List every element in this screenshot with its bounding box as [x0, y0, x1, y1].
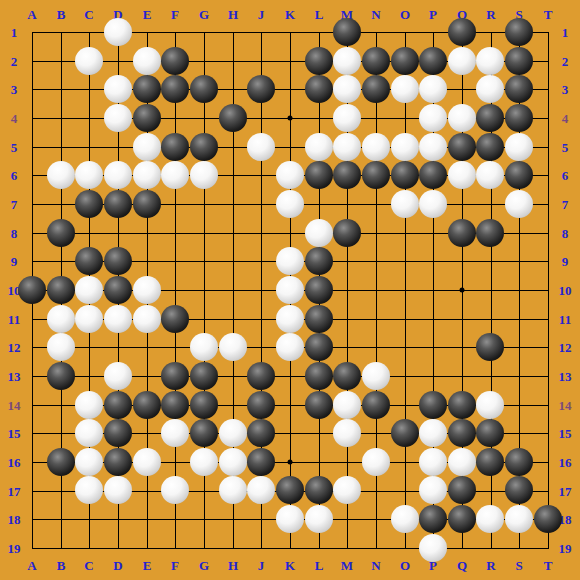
intersection-F11 [161, 304, 190, 333]
stone-white-M14 [333, 391, 361, 419]
intersection-E15[interactable] [132, 419, 161, 448]
stone-white-H12 [219, 333, 247, 361]
intersection-N9[interactable] [362, 247, 391, 276]
intersection-Q4 [448, 104, 477, 133]
intersection-N6 [362, 161, 391, 190]
intersection-P13[interactable] [419, 362, 448, 391]
stone-white-H15 [219, 419, 247, 447]
stone-black-F11 [161, 305, 189, 333]
intersection-K12 [276, 333, 305, 362]
intersection-Q7[interactable] [448, 190, 477, 219]
stone-black-R15 [476, 419, 504, 447]
intersection-J8[interactable] [247, 218, 276, 247]
intersection-G17[interactable] [190, 476, 219, 505]
intersection-B18[interactable] [46, 505, 75, 534]
stone-black-L2 [305, 47, 333, 75]
intersection-F6 [161, 161, 190, 190]
intersection-Q9[interactable] [448, 247, 477, 276]
intersection-R11[interactable] [476, 304, 505, 333]
stone-black-G13 [190, 362, 218, 390]
intersection-K13[interactable] [276, 362, 305, 391]
intersection-R13[interactable] [476, 362, 505, 391]
intersection-P7 [419, 190, 448, 219]
intersection-J12[interactable] [247, 333, 276, 362]
intersection-L13 [304, 362, 333, 391]
stone-black-E14 [133, 391, 161, 419]
intersection-P17 [419, 476, 448, 505]
intersection-N12[interactable] [362, 333, 391, 362]
intersection-P8[interactable] [419, 218, 448, 247]
intersection-H5[interactable] [218, 132, 247, 161]
intersection-P11[interactable] [419, 304, 448, 333]
intersection-D14 [104, 390, 133, 419]
intersection-G8[interactable] [190, 218, 219, 247]
stone-black-L13 [305, 362, 333, 390]
intersection-A19[interactable] [18, 533, 47, 562]
stone-black-D9 [104, 247, 132, 275]
intersection-S12[interactable] [505, 333, 534, 362]
intersection-F14 [161, 390, 190, 419]
intersection-D6 [104, 161, 133, 190]
intersection-S9[interactable] [505, 247, 534, 276]
intersection-G7[interactable] [190, 190, 219, 219]
intersection-N11[interactable] [362, 304, 391, 333]
stone-black-P6 [419, 161, 447, 189]
intersection-O12[interactable] [390, 333, 419, 362]
stone-white-E10 [133, 276, 161, 304]
intersection-J10[interactable] [247, 276, 276, 305]
stone-white-O7 [391, 190, 419, 218]
intersection-A11[interactable] [18, 304, 47, 333]
intersection-J19[interactable] [247, 533, 276, 562]
intersection-E11 [132, 304, 161, 333]
intersection-B5[interactable] [46, 132, 75, 161]
intersection-M16[interactable] [333, 448, 362, 477]
intersection-N7[interactable] [362, 190, 391, 219]
stone-white-G6 [190, 161, 218, 189]
intersection-K3[interactable] [276, 75, 305, 104]
intersection-M10[interactable] [333, 276, 362, 305]
intersection-B9[interactable] [46, 247, 75, 276]
stone-white-O18 [391, 505, 419, 533]
intersection-Q5 [448, 132, 477, 161]
stone-black-L3 [305, 75, 333, 103]
stone-white-E11 [133, 305, 161, 333]
intersection-P15 [419, 419, 448, 448]
intersection-N8[interactable] [362, 218, 391, 247]
intersection-C18[interactable] [75, 505, 104, 534]
intersection-S19[interactable] [505, 533, 534, 562]
stone-white-P19 [419, 534, 447, 562]
intersection-O15 [390, 419, 419, 448]
intersection-T12[interactable] [533, 333, 562, 362]
intersection-M6 [333, 161, 362, 190]
intersection-H18[interactable] [218, 505, 247, 534]
intersection-O3 [390, 75, 419, 104]
intersection-L19[interactable] [304, 533, 333, 562]
intersection-T11[interactable] [533, 304, 562, 333]
intersection-F13 [161, 362, 190, 391]
stone-white-Q4 [448, 104, 476, 132]
intersection-H10[interactable] [218, 276, 247, 305]
intersection-B3[interactable] [46, 75, 75, 104]
intersection-K4[interactable] [276, 104, 305, 133]
intersection-K1[interactable] [276, 18, 305, 47]
intersection-H3[interactable] [218, 75, 247, 104]
stone-white-D3 [104, 75, 132, 103]
intersection-D18[interactable] [104, 505, 133, 534]
intersection-T6[interactable] [533, 161, 562, 190]
intersection-J9[interactable] [247, 247, 276, 276]
intersection-N18[interactable] [362, 505, 391, 534]
intersection-K15[interactable] [276, 419, 305, 448]
intersection-L4[interactable] [304, 104, 333, 133]
intersection-H19[interactable] [218, 533, 247, 562]
intersection-H2[interactable] [218, 46, 247, 75]
stone-black-O2 [391, 47, 419, 75]
intersection-H9[interactable] [218, 247, 247, 276]
stone-black-D16 [104, 448, 132, 476]
intersection-S7 [505, 190, 534, 219]
intersection-H11[interactable] [218, 304, 247, 333]
intersection-H7[interactable] [218, 190, 247, 219]
intersection-S1 [505, 18, 534, 47]
intersection-O11[interactable] [390, 304, 419, 333]
intersection-A18[interactable] [18, 505, 47, 534]
intersection-E1[interactable] [132, 18, 161, 47]
stone-black-G14 [190, 391, 218, 419]
intersection-T13[interactable] [533, 362, 562, 391]
intersection-T9[interactable] [533, 247, 562, 276]
intersection-F9[interactable] [161, 247, 190, 276]
intersection-E6 [132, 161, 161, 190]
intersection-P10[interactable] [419, 276, 448, 305]
intersection-R1[interactable] [476, 18, 505, 47]
intersection-M9[interactable] [333, 247, 362, 276]
intersection-A8[interactable] [18, 218, 47, 247]
intersection-F19[interactable] [161, 533, 190, 562]
intersection-Q19[interactable] [448, 533, 477, 562]
intersection-C19[interactable] [75, 533, 104, 562]
intersection-E4 [132, 104, 161, 133]
intersection-F7[interactable] [161, 190, 190, 219]
intersection-E17[interactable] [132, 476, 161, 505]
intersection-J4[interactable] [247, 104, 276, 133]
stone-white-G12 [190, 333, 218, 361]
intersection-grid [18, 18, 562, 562]
intersection-C1[interactable] [75, 18, 104, 47]
intersection-T3[interactable] [533, 75, 562, 104]
intersection-M18[interactable] [333, 505, 362, 534]
intersection-T4[interactable] [533, 104, 562, 133]
intersection-N1[interactable] [362, 18, 391, 47]
intersection-N2 [362, 46, 391, 75]
intersection-F15 [161, 419, 190, 448]
stone-black-M1 [333, 18, 361, 46]
intersection-H8[interactable] [218, 218, 247, 247]
stone-black-S2 [505, 47, 533, 75]
intersection-F4[interactable] [161, 104, 190, 133]
intersection-A2[interactable] [18, 46, 47, 75]
intersection-Q3[interactable] [448, 75, 477, 104]
intersection-J18[interactable] [247, 505, 276, 534]
stone-white-L8 [305, 219, 333, 247]
intersection-T8[interactable] [533, 218, 562, 247]
intersection-K5[interactable] [276, 132, 305, 161]
intersection-O16[interactable] [390, 448, 419, 477]
intersection-L7[interactable] [304, 190, 333, 219]
intersection-B19[interactable] [46, 533, 75, 562]
stone-black-B10 [47, 276, 75, 304]
intersection-E9[interactable] [132, 247, 161, 276]
intersection-B2[interactable] [46, 46, 75, 75]
stone-black-F13 [161, 362, 189, 390]
intersection-C4[interactable] [75, 104, 104, 133]
intersection-J7[interactable] [247, 190, 276, 219]
intersection-E8[interactable] [132, 218, 161, 247]
intersection-F10[interactable] [161, 276, 190, 305]
intersection-G10[interactable] [190, 276, 219, 305]
intersection-S10[interactable] [505, 276, 534, 305]
intersection-C8[interactable] [75, 218, 104, 247]
intersection-T5[interactable] [533, 132, 562, 161]
stone-black-O6 [391, 161, 419, 189]
stone-white-G16 [190, 448, 218, 476]
intersection-N15[interactable] [362, 419, 391, 448]
intersection-E12[interactable] [132, 333, 161, 362]
intersection-P1[interactable] [419, 18, 448, 47]
intersection-B4[interactable] [46, 104, 75, 133]
intersection-A13[interactable] [18, 362, 47, 391]
intersection-J11[interactable] [247, 304, 276, 333]
intersection-T1[interactable] [533, 18, 562, 47]
intersection-G18[interactable] [190, 505, 219, 534]
intersection-H1[interactable] [218, 18, 247, 47]
row-label-left-2: 2 [11, 55, 18, 68]
intersection-E19[interactable] [132, 533, 161, 562]
intersection-A7[interactable] [18, 190, 47, 219]
intersection-Q10[interactable] [448, 276, 477, 305]
intersection-T14[interactable] [533, 390, 562, 419]
intersection-F18[interactable] [161, 505, 190, 534]
intersection-S4 [505, 104, 534, 133]
intersection-B10 [46, 276, 75, 305]
intersection-T19[interactable] [533, 533, 562, 562]
intersection-Q14 [448, 390, 477, 419]
stone-white-E16 [133, 448, 161, 476]
intersection-G2[interactable] [190, 46, 219, 75]
stone-white-E6 [133, 161, 161, 189]
intersection-M19[interactable] [333, 533, 362, 562]
intersection-H13[interactable] [218, 362, 247, 391]
intersection-H14[interactable] [218, 390, 247, 419]
intersection-B15[interactable] [46, 419, 75, 448]
intersection-A17[interactable] [18, 476, 47, 505]
intersection-D5[interactable] [104, 132, 133, 161]
row-label-left-7: 7 [11, 198, 18, 211]
intersection-A16[interactable] [18, 448, 47, 477]
intersection-M11[interactable] [333, 304, 362, 333]
intersection-E18[interactable] [132, 505, 161, 534]
intersection-R17[interactable] [476, 476, 505, 505]
intersection-D13 [104, 362, 133, 391]
intersection-S14[interactable] [505, 390, 534, 419]
intersection-R19[interactable] [476, 533, 505, 562]
intersection-O9[interactable] [390, 247, 419, 276]
intersection-A1[interactable] [18, 18, 47, 47]
intersection-Q11[interactable] [448, 304, 477, 333]
intersection-C13[interactable] [75, 362, 104, 391]
intersection-C5[interactable] [75, 132, 104, 161]
row-label-left-6: 6 [11, 169, 18, 182]
intersection-L1[interactable] [304, 18, 333, 47]
intersection-J6[interactable] [247, 161, 276, 190]
intersection-Q13[interactable] [448, 362, 477, 391]
intersection-B1[interactable] [46, 18, 75, 47]
intersection-F12[interactable] [161, 333, 190, 362]
intersection-A12[interactable] [18, 333, 47, 362]
intersection-B11 [46, 304, 75, 333]
intersection-F16[interactable] [161, 448, 190, 477]
intersection-K2[interactable] [276, 46, 305, 75]
intersection-G11[interactable] [190, 304, 219, 333]
intersection-T7[interactable] [533, 190, 562, 219]
intersection-G4[interactable] [190, 104, 219, 133]
intersection-A3[interactable] [18, 75, 47, 104]
intersection-R10[interactable] [476, 276, 505, 305]
intersection-O17[interactable] [390, 476, 419, 505]
intersection-S15[interactable] [505, 419, 534, 448]
stone-black-J15 [247, 419, 275, 447]
stone-black-L14 [305, 391, 333, 419]
intersection-D12[interactable] [104, 333, 133, 362]
intersection-N10[interactable] [362, 276, 391, 305]
intersection-O7 [390, 190, 419, 219]
stone-black-S16 [505, 448, 533, 476]
intersection-O8[interactable] [390, 218, 419, 247]
stone-black-Q18 [448, 505, 476, 533]
intersection-N19[interactable] [362, 533, 391, 562]
intersection-D19[interactable] [104, 533, 133, 562]
stone-black-E4 [133, 104, 161, 132]
stone-white-R18 [476, 505, 504, 533]
intersection-C12[interactable] [75, 333, 104, 362]
intersection-Q6 [448, 161, 477, 190]
intersection-K19[interactable] [276, 533, 305, 562]
intersection-E3 [132, 75, 161, 104]
stone-black-R4 [476, 104, 504, 132]
intersection-G9[interactable] [190, 247, 219, 276]
intersection-P12[interactable] [419, 333, 448, 362]
intersection-C3[interactable] [75, 75, 104, 104]
intersection-T15[interactable] [533, 419, 562, 448]
stone-white-D13 [104, 362, 132, 390]
intersection-T10[interactable] [533, 276, 562, 305]
intersection-L15[interactable] [304, 419, 333, 448]
intersection-O19[interactable] [390, 533, 419, 562]
intersection-O13[interactable] [390, 362, 419, 391]
intersection-T16[interactable] [533, 448, 562, 477]
stone-black-P14 [419, 391, 447, 419]
intersection-Q12[interactable] [448, 333, 477, 362]
stone-white-K10 [276, 276, 304, 304]
intersection-N17[interactable] [362, 476, 391, 505]
intersection-A6[interactable] [18, 161, 47, 190]
intersection-C15 [75, 419, 104, 448]
intersection-H6[interactable] [218, 161, 247, 190]
intersection-M7[interactable] [333, 190, 362, 219]
intersection-B7[interactable] [46, 190, 75, 219]
intersection-N14 [362, 390, 391, 419]
intersection-F1[interactable] [161, 18, 190, 47]
intersection-S13[interactable] [505, 362, 534, 391]
intersection-T18 [533, 505, 562, 534]
intersection-O1[interactable] [390, 18, 419, 47]
intersection-O14[interactable] [390, 390, 419, 419]
stone-black-S17 [505, 476, 533, 504]
intersection-H4 [218, 104, 247, 133]
intersection-O5 [390, 132, 419, 161]
stone-black-F2 [161, 47, 189, 75]
intersection-M15 [333, 419, 362, 448]
intersection-J2[interactable] [247, 46, 276, 75]
intersection-L16[interactable] [304, 448, 333, 477]
intersection-B17[interactable] [46, 476, 75, 505]
intersection-R14 [476, 390, 505, 419]
intersection-F8[interactable] [161, 218, 190, 247]
stone-white-C6 [75, 161, 103, 189]
intersection-P9[interactable] [419, 247, 448, 276]
intersection-D2[interactable] [104, 46, 133, 75]
intersection-A14[interactable] [18, 390, 47, 419]
intersection-A5[interactable] [18, 132, 47, 161]
intersection-R9[interactable] [476, 247, 505, 276]
intersection-A9[interactable] [18, 247, 47, 276]
intersection-S11[interactable] [505, 304, 534, 333]
intersection-K16[interactable] [276, 448, 305, 477]
stone-white-K7 [276, 190, 304, 218]
intersection-D8[interactable] [104, 218, 133, 247]
stone-white-P3 [419, 75, 447, 103]
intersection-O10[interactable] [390, 276, 419, 305]
intersection-G19[interactable] [190, 533, 219, 562]
intersection-G1[interactable] [190, 18, 219, 47]
stone-white-E2 [133, 47, 161, 75]
stone-white-F6 [161, 161, 189, 189]
intersection-T17[interactable] [533, 476, 562, 505]
intersection-J1[interactable] [247, 18, 276, 47]
intersection-E13[interactable] [132, 362, 161, 391]
intersection-M4 [333, 104, 362, 133]
intersection-R4 [476, 104, 505, 133]
intersection-A4[interactable] [18, 104, 47, 133]
intersection-S8[interactable] [505, 218, 534, 247]
stone-black-B8 [47, 219, 75, 247]
stone-black-G3 [190, 75, 218, 103]
intersection-K14[interactable] [276, 390, 305, 419]
intersection-A15[interactable] [18, 419, 47, 448]
intersection-T2[interactable] [533, 46, 562, 75]
intersection-M12[interactable] [333, 333, 362, 362]
intersection-O4[interactable] [390, 104, 419, 133]
intersection-S6 [505, 161, 534, 190]
intersection-N4[interactable] [362, 104, 391, 133]
intersection-B6 [46, 161, 75, 190]
intersection-B14[interactable] [46, 390, 75, 419]
intersection-R7[interactable] [476, 190, 505, 219]
intersection-K8[interactable] [276, 218, 305, 247]
intersection-K9 [276, 247, 305, 276]
